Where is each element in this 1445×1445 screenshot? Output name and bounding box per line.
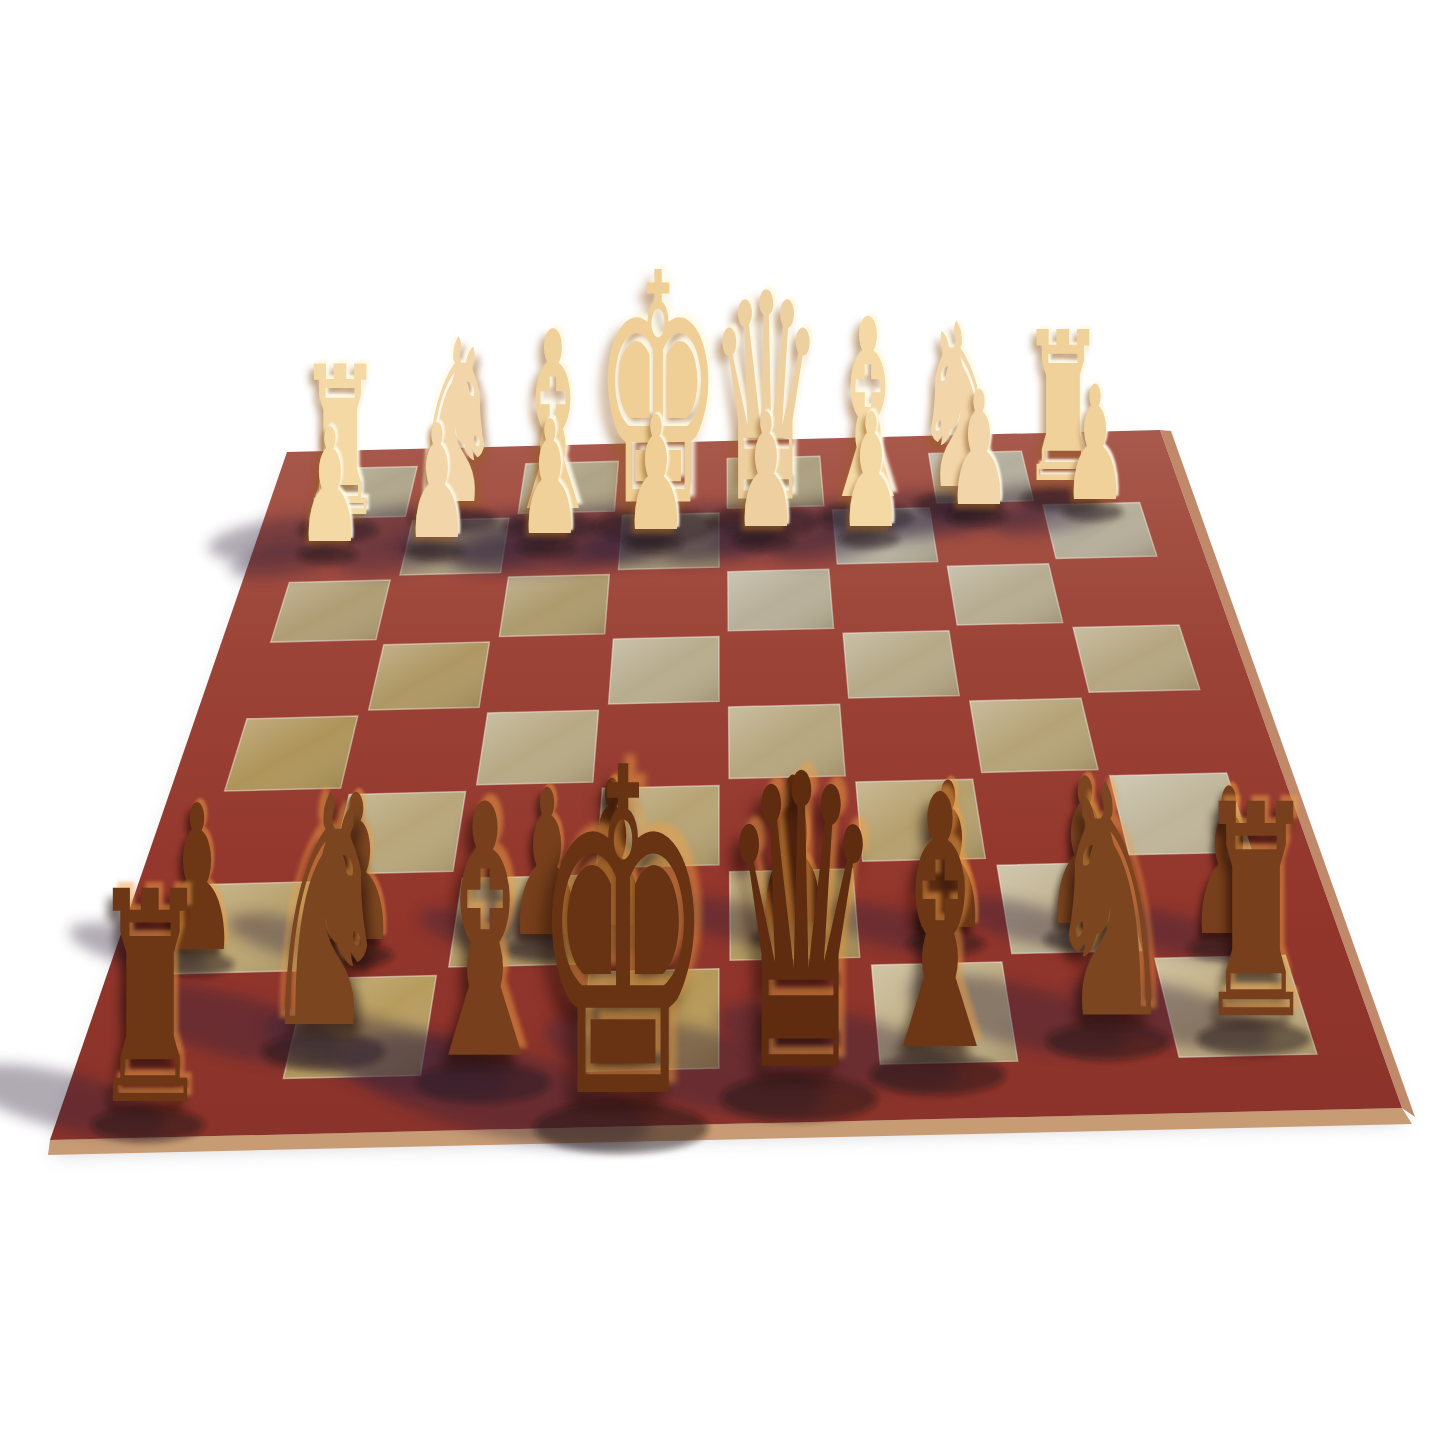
square-a3[interactable]: [1057, 561, 1177, 622]
piece-white-pawn[interactable]: ♟: [504, 453, 595, 555]
square-c3[interactable]: [838, 566, 948, 628]
square-a4-sheen: [1073, 625, 1200, 692]
square-e3[interactable]: [614, 572, 719, 634]
piece-white-pawn[interactable]: ♟: [391, 456, 482, 558]
piece-black-rook[interactable]: ♜: [65, 950, 234, 1138]
square-g3[interactable]: [385, 577, 500, 639]
piece-black-bishop[interactable]: ♝: [839, 865, 1041, 1090]
chessboard-photo: ♜♞♝♚♛♝♞♜♟♟♟♟♟♟♟♟♟♟♟♟♟♟♟♟♜♞♝♚♛♝♞♜: [0, 0, 1445, 1445]
square-b4[interactable]: [958, 628, 1079, 695]
piece-white-pawn[interactable]: ♟: [284, 460, 375, 562]
square-d3-sheen: [728, 569, 834, 631]
square-h3-sheen: [271, 580, 390, 642]
piece-white-pawn[interactable]: ♟: [934, 422, 1025, 524]
square-h4[interactable]: [249, 645, 375, 713]
square-c4-sheen: [843, 631, 959, 698]
piece-white-pawn[interactable]: ♟: [825, 444, 916, 546]
piece-black-rook[interactable]: ♜: [1171, 863, 1341, 1052]
piece-white-pawn[interactable]: ♟: [1049, 417, 1140, 519]
square-b3-sheen: [947, 564, 1062, 625]
square-f3-sheen: [499, 575, 609, 637]
piece-white-pawn[interactable]: ♟: [610, 449, 701, 551]
square-g4-sheen: [369, 642, 490, 710]
piece-white-pawn[interactable]: ♟: [720, 446, 811, 548]
